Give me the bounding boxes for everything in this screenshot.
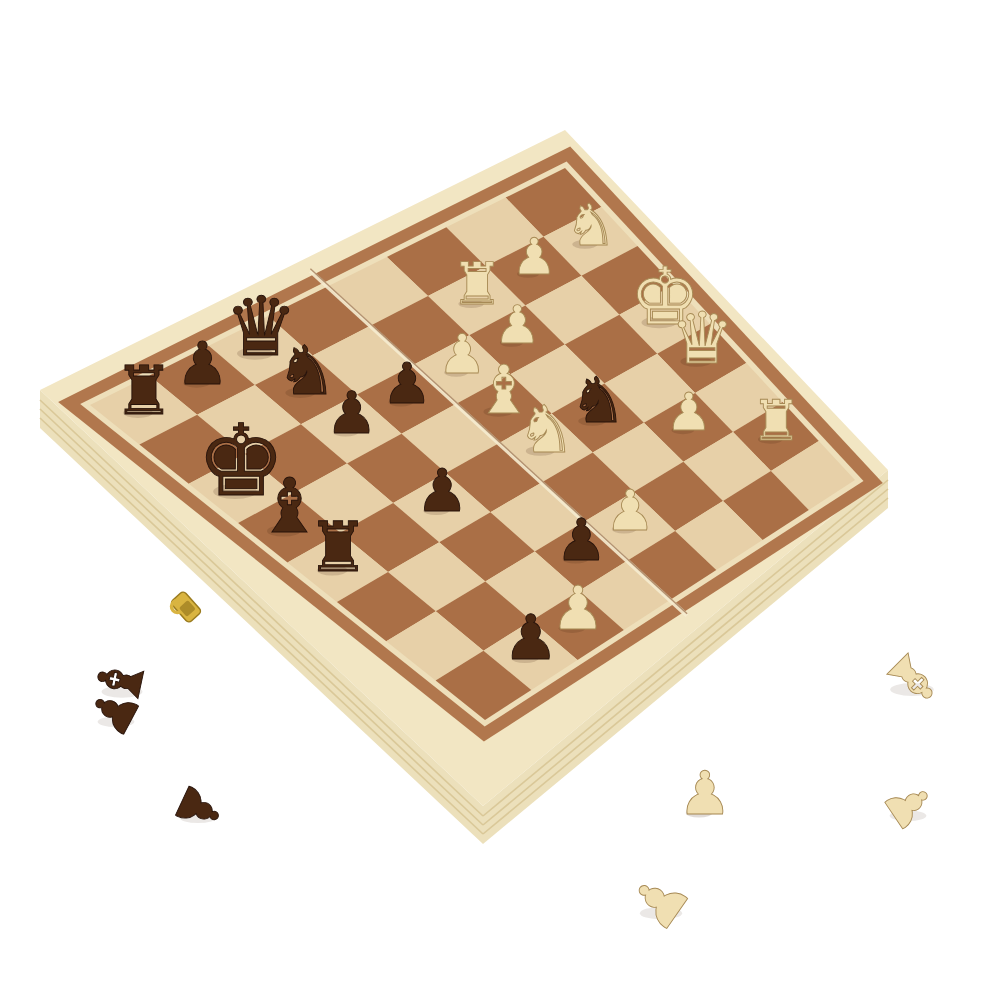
black-pawn-glyph: ♟ [326,379,378,447]
white-pawn-glyph: ♟ [494,294,541,355]
piece-black-knight-e3: ♞ [570,363,627,437]
captured-white-pawn-5: ♟ [678,758,732,828]
black-knight-glyph: ♞ [570,363,627,437]
piece-white-pawn-c3: ♟ [494,294,541,355]
white-knight-glyph: ♞ [565,192,616,259]
piece-black-rook-a8: ♜ [114,351,174,430]
clasp [168,591,202,626]
piece-white-queen-e1: ♛ [670,297,734,380]
black-pawn-glyph: ♟ [555,506,607,574]
piece-black-pawn-e6: ♟ [416,456,469,525]
captured-white-bishop-4: ♝ [867,633,960,726]
captured-white-pawn-6: ♟ [869,768,948,843]
black-pawn-glyph-lying: ♟ [160,773,238,844]
piece-black-rook-e8: ♜ [307,507,369,587]
piece-white-knight-b1: ♞ [565,192,616,259]
captured-white-pawn-7: ♟ [614,857,706,944]
white-pawn-glyph-lying: ♟ [614,857,706,944]
board-photo-canvas: ♞♟♜♚♟♛♛♟♟♞♟♝♜♞♟♟♜♞♚♟♟♝♟♜♟♟♝♝♟♟♟♟♟ [0,0,1001,1001]
piece-white-pawn-b2: ♟ [511,227,556,286]
white-pawn-glyph: ♟ [605,478,655,543]
black-pawn-glyph: ♟ [176,329,229,398]
white-queen-glyph: ♛ [670,297,734,380]
white-pawn-glyph: ♟ [678,758,732,828]
black-rook-glyph: ♜ [307,507,369,587]
black-pawn-glyph: ♟ [503,601,559,674]
black-rook-glyph: ♜ [114,351,174,430]
piece-black-pawn-c5: ♟ [382,351,432,416]
white-rook-glyph: ♜ [751,388,801,453]
piece-black-pawn-a7: ♟ [176,329,229,398]
captured-black-pawn-3: ♟ [160,773,238,844]
piece-black-pawn-g5: ♟ [555,506,607,574]
white-pawn-glyph: ♟ [551,573,605,643]
piece-black-pawn-h7: ♟ [503,601,559,674]
piece-white-pawn-g4: ♟ [605,478,655,543]
white-pawn-glyph-lying: ♟ [869,768,948,843]
white-pawn-glyph: ♟ [511,227,556,286]
black-pawn-glyph: ♟ [416,456,469,525]
black-pawn-glyph: ♟ [382,351,432,416]
white-pawn-glyph: ♟ [666,382,713,442]
piece-white-knight-e4: ♞ [517,392,575,467]
white-knight-glyph: ♞ [517,392,575,467]
piece-white-pawn-f2: ♟ [666,382,713,442]
white-bishop-glyph-lying: ♝ [867,633,960,726]
piece-white-rook-g1: ♜ [751,388,801,453]
piece-white-pawn-h6: ♟ [551,573,605,643]
piece-black-pawn-c6: ♟ [326,379,378,447]
chess-set-product-photo: ♞♟♜♚♟♛♛♟♟♞♟♝♜♞♟♟♜♞♚♟♟♝♟♜♟♟♝♝♟♟♟♟♟ [0,0,1001,1001]
